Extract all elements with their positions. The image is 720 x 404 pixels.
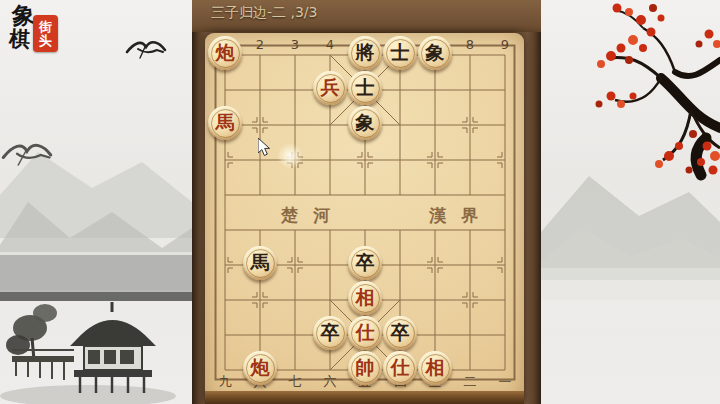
piece-black-f2r7[interactable]: 馬 [243,246,277,280]
piece-red-f4r2[interactable]: 兵 [313,71,347,105]
piece-black-f6r1[interactable]: 士 [383,36,417,70]
move-highlight-marker [277,143,303,169]
river-text-right: 漢界 [429,204,493,227]
piece-black-f5r2[interactable]: 士 [348,71,382,105]
app-window: 象 棋 街 头 [0,0,720,404]
file-label-top: 8 [460,37,480,52]
file-label-top: 9 [495,37,515,52]
piece-red-f6r10[interactable]: 仕 [383,351,417,385]
logo-char: 棋 [8,28,30,50]
piece-red-f5r9[interactable]: 仕 [348,316,382,350]
piece-red-f5r8[interactable]: 相 [348,281,382,315]
puzzle-title: 三子归边-二 ,3/3 [211,4,317,22]
mouse-cursor [258,138,272,158]
file-label-bottom: 七 [285,373,305,391]
crane-icon [127,42,165,58]
pavilion [0,302,176,404]
right-ink-painting-panel: 业叁守門员 卒 人生如棋我愿为卒虽行动缓慢可曾见我后退半步 [541,0,720,404]
file-label-bottom: 二 [460,373,480,391]
piece-red-f7r10[interactable]: 相 [418,351,452,385]
app-logo: 象 棋 街 头 [4,2,62,64]
piece-red-f1r3[interactable]: 馬 [208,106,242,140]
seal-char: 街 [39,20,52,34]
file-label-top: 2 [250,37,270,52]
plum-blossom-branch [596,4,720,176]
river-text-left: 楚河 [281,204,345,227]
piece-red-f5r10[interactable]: 帥 [348,351,382,385]
file-label-bottom: 一 [495,373,515,391]
piece-black-f5r3[interactable]: 象 [348,106,382,140]
file-label-bottom: 九 [215,373,235,391]
seal-char: 头 [39,34,52,48]
file-label-bottom: 六 [320,373,340,391]
piece-red-f1r1[interactable]: 炮 [208,36,242,70]
right-panel-art [541,0,720,404]
piece-black-f7r1[interactable]: 象 [418,36,452,70]
piece-black-f5r1[interactable]: 將 [348,36,382,70]
file-label-top: 3 [285,37,305,52]
piece-black-f4r9[interactable]: 卒 [313,316,347,350]
piece-black-f5r7[interactable]: 卒 [348,246,382,280]
file-label-top: 4 [320,37,340,52]
piece-black-f6r9[interactable]: 卒 [383,316,417,350]
red-seal-stamp: 街 头 [33,15,58,52]
left-ink-painting-panel: 象 棋 街 头 [0,0,192,404]
piece-red-f2r10[interactable]: 炮 [243,351,277,385]
